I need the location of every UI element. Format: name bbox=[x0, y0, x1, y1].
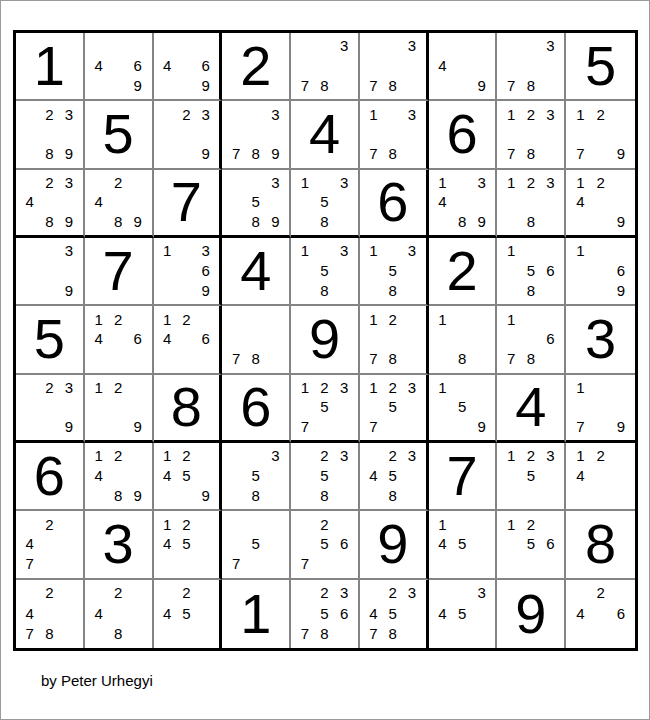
candidate-9 bbox=[541, 486, 561, 506]
candidate-grid: 18 bbox=[429, 306, 496, 372]
candidate-9 bbox=[541, 554, 561, 574]
cell-r1c2[interactable]: 469 bbox=[85, 33, 154, 101]
cell-r9c8[interactable]: 9 bbox=[497, 580, 566, 648]
cell-r7c1[interactable]: 6 bbox=[16, 443, 85, 511]
cell-r3c9[interactable]: 1249 bbox=[566, 170, 635, 238]
cell-r4c4[interactable]: 4 bbox=[222, 238, 291, 306]
candidate-9: 9 bbox=[196, 76, 215, 96]
solved-digit: 6 bbox=[240, 379, 271, 435]
candidate-7 bbox=[158, 554, 177, 574]
candidate-9 bbox=[59, 624, 79, 644]
sudoku-board: 1469469237837849378523895239378941378612… bbox=[13, 30, 638, 651]
candidate-8 bbox=[590, 212, 610, 231]
cell-r3c6[interactable]: 6 bbox=[360, 170, 429, 238]
candidate-2 bbox=[177, 241, 196, 261]
candidate-6 bbox=[472, 56, 492, 76]
candidate-6 bbox=[611, 466, 631, 486]
candidate-3 bbox=[611, 446, 631, 466]
candidate-grid: 378 bbox=[291, 33, 358, 99]
candidate-2: 2 bbox=[521, 173, 541, 192]
candidate-8: 8 bbox=[108, 486, 128, 506]
cell-r1c5[interactable]: 378 bbox=[291, 33, 360, 101]
cell-r7c7[interactable]: 7 bbox=[429, 443, 498, 511]
candidate-1 bbox=[226, 446, 246, 466]
candidate-7 bbox=[158, 144, 177, 164]
candidate-3 bbox=[196, 514, 215, 534]
candidate-7 bbox=[226, 212, 246, 231]
candidate-9: 9 bbox=[472, 417, 492, 436]
candidate-1: 1 bbox=[433, 514, 453, 534]
candidate-2: 2 bbox=[521, 514, 541, 534]
cell-r6c3[interactable]: 8 bbox=[154, 375, 223, 443]
candidate-5 bbox=[590, 124, 610, 144]
candidate-9 bbox=[611, 486, 631, 506]
candidate-7: 7 bbox=[226, 554, 246, 574]
candidate-5: 5 bbox=[315, 534, 335, 554]
cell-r5c7[interactable]: 18 bbox=[429, 306, 498, 374]
cell-r3c4[interactable]: 3589 bbox=[222, 170, 291, 238]
candidate-grid: 12378 bbox=[497, 101, 564, 167]
candidate-1: 1 bbox=[295, 378, 315, 397]
candidate-grid: 78 bbox=[222, 306, 289, 372]
candidate-4 bbox=[501, 192, 521, 211]
candidate-5: 5 bbox=[246, 534, 266, 554]
candidate-6 bbox=[196, 124, 215, 144]
candidate-5: 5 bbox=[177, 534, 196, 554]
candidate-5 bbox=[177, 124, 196, 144]
cell-r2c1[interactable]: 2389 bbox=[16, 101, 85, 169]
candidate-5 bbox=[315, 56, 335, 76]
cell-r3c8[interactable]: 1238 bbox=[497, 170, 566, 238]
candidate-2 bbox=[521, 309, 541, 329]
cell-r7c6[interactable]: 23458 bbox=[360, 443, 429, 511]
cell-r2c6[interactable]: 1378 bbox=[360, 101, 429, 169]
candidate-1: 1 bbox=[570, 378, 590, 397]
candidate-2: 2 bbox=[315, 446, 335, 466]
candidate-6 bbox=[128, 397, 148, 416]
candidate-9: 9 bbox=[128, 417, 148, 436]
candidate-6: 6 bbox=[541, 261, 561, 281]
candidate-9 bbox=[334, 554, 354, 574]
candidate-3: 3 bbox=[541, 446, 561, 466]
candidate-5 bbox=[590, 466, 610, 486]
candidate-5: 5 bbox=[383, 603, 402, 623]
candidate-7 bbox=[20, 417, 40, 436]
cell-r5c1[interactable]: 5 bbox=[16, 306, 85, 374]
candidate-9: 9 bbox=[611, 417, 631, 436]
candidate-4 bbox=[364, 329, 383, 349]
candidate-7 bbox=[89, 417, 109, 436]
candidate-grid: 1278 bbox=[360, 306, 426, 372]
candidate-grid: 1358 bbox=[360, 238, 426, 304]
candidate-9 bbox=[128, 349, 148, 369]
cell-r3c7[interactable]: 13489 bbox=[429, 170, 498, 238]
cell-r2c5[interactable]: 4 bbox=[291, 101, 360, 169]
candidate-7: 7 bbox=[295, 554, 315, 574]
candidate-8: 8 bbox=[383, 486, 402, 506]
candidate-1: 1 bbox=[501, 173, 521, 192]
candidate-5: 5 bbox=[383, 397, 402, 416]
cell-r9c4[interactable]: 1 bbox=[222, 580, 291, 648]
candidate-4: 4 bbox=[20, 534, 40, 554]
candidate-2: 2 bbox=[315, 514, 335, 534]
candidate-1 bbox=[226, 104, 246, 124]
candidate-3: 3 bbox=[334, 378, 354, 397]
candidate-grid: 39 bbox=[16, 238, 83, 304]
candidate-4: 4 bbox=[433, 56, 453, 76]
candidate-2 bbox=[452, 36, 472, 56]
cell-r2c3[interactable]: 239 bbox=[154, 101, 223, 169]
candidate-4: 4 bbox=[89, 466, 109, 486]
candidate-2: 2 bbox=[590, 583, 610, 603]
candidate-1: 1 bbox=[158, 514, 177, 534]
candidate-5 bbox=[383, 124, 402, 144]
candidate-8 bbox=[108, 76, 128, 96]
cell-r7c4[interactable]: 358 bbox=[222, 443, 291, 511]
candidate-9 bbox=[402, 144, 421, 164]
candidate-7: 7 bbox=[570, 144, 590, 164]
candidate-8: 8 bbox=[521, 76, 541, 96]
candidate-8: 8 bbox=[315, 281, 335, 301]
cell-r8c9[interactable]: 8 bbox=[566, 511, 635, 579]
cell-r2c9[interactable]: 1279 bbox=[566, 101, 635, 169]
candidate-7 bbox=[89, 486, 109, 506]
candidate-grid: 378 bbox=[360, 33, 426, 99]
candidate-6 bbox=[128, 192, 148, 211]
candidate-3 bbox=[128, 446, 148, 466]
candidate-7 bbox=[158, 486, 177, 506]
candidate-grid: 1246 bbox=[154, 306, 220, 372]
candidate-grid: 129 bbox=[85, 375, 152, 440]
cell-r6c1[interactable]: 239 bbox=[16, 375, 85, 443]
candidate-9 bbox=[541, 281, 561, 301]
cell-r4c5[interactable]: 1358 bbox=[291, 238, 360, 306]
candidate-7 bbox=[295, 486, 315, 506]
cell-r6c5[interactable]: 12357 bbox=[291, 375, 360, 443]
candidate-4 bbox=[89, 397, 109, 416]
candidate-9: 9 bbox=[611, 144, 631, 164]
candidate-2: 2 bbox=[177, 104, 196, 124]
candidate-2: 2 bbox=[177, 583, 196, 603]
candidate-7 bbox=[433, 554, 453, 574]
candidate-8 bbox=[177, 554, 196, 574]
cell-r1c3[interactable]: 469 bbox=[154, 33, 223, 101]
candidate-9: 9 bbox=[611, 212, 631, 231]
candidate-5: 5 bbox=[177, 466, 196, 486]
candidate-5 bbox=[590, 603, 610, 623]
cell-r9c2[interactable]: 248 bbox=[85, 580, 154, 648]
candidate-5 bbox=[108, 56, 128, 76]
cell-r2c4[interactable]: 3789 bbox=[222, 101, 291, 169]
cell-r6c4[interactable]: 6 bbox=[222, 375, 291, 443]
candidate-5 bbox=[108, 466, 128, 486]
candidate-9 bbox=[402, 486, 421, 506]
candidate-5 bbox=[452, 192, 472, 211]
cell-r2c7[interactable]: 6 bbox=[429, 101, 498, 169]
candidate-3 bbox=[611, 104, 631, 124]
candidate-6: 6 bbox=[611, 261, 631, 281]
cell-r3c5[interactable]: 1358 bbox=[291, 170, 360, 238]
candidate-grid: 247 bbox=[16, 511, 83, 577]
cell-r9c5[interactable]: 235678 bbox=[291, 580, 360, 648]
candidate-1 bbox=[364, 446, 383, 466]
candidate-9 bbox=[611, 624, 631, 644]
cell-r7c5[interactable]: 2358 bbox=[291, 443, 360, 511]
candidate-9: 9 bbox=[128, 212, 148, 231]
candidate-grid: 1358 bbox=[291, 238, 358, 304]
candidate-2: 2 bbox=[177, 309, 196, 329]
candidate-7: 7 bbox=[20, 554, 40, 574]
cell-r1c1[interactable]: 1 bbox=[16, 33, 85, 101]
candidate-1 bbox=[295, 583, 315, 603]
candidate-8 bbox=[246, 554, 266, 574]
candidate-4: 4 bbox=[158, 56, 177, 76]
candidate-7 bbox=[20, 212, 40, 231]
candidate-4 bbox=[295, 261, 315, 281]
candidate-2 bbox=[246, 514, 266, 534]
cell-r9c1[interactable]: 2478 bbox=[16, 580, 85, 648]
cell-r1c4[interactable]: 2 bbox=[222, 33, 291, 101]
candidate-7 bbox=[570, 486, 590, 506]
candidate-3: 3 bbox=[334, 241, 354, 261]
cell-r8c5[interactable]: 2567 bbox=[291, 511, 360, 579]
candidate-5 bbox=[108, 397, 128, 416]
candidate-8 bbox=[177, 144, 196, 164]
cell-r9c9[interactable]: 246 bbox=[566, 580, 635, 648]
solved-digit: 2 bbox=[240, 38, 271, 94]
candidate-7: 7 bbox=[364, 417, 383, 436]
candidate-5 bbox=[590, 397, 610, 416]
candidate-6: 6 bbox=[334, 534, 354, 554]
cell-r9c3[interactable]: 245 bbox=[154, 580, 223, 648]
candidate-6: 6 bbox=[128, 329, 148, 349]
cell-r1c6[interactable]: 378 bbox=[360, 33, 429, 101]
candidate-9 bbox=[541, 76, 561, 96]
candidate-5 bbox=[383, 329, 402, 349]
cell-r5c6[interactable]: 1278 bbox=[360, 306, 429, 374]
candidate-9 bbox=[266, 486, 286, 506]
candidate-3: 3 bbox=[196, 241, 215, 261]
candidate-8: 8 bbox=[40, 624, 60, 644]
cell-r4c8[interactable]: 1568 bbox=[497, 238, 566, 306]
candidate-grid: 1249 bbox=[566, 170, 635, 235]
candidate-1 bbox=[364, 36, 383, 56]
candidate-9 bbox=[266, 349, 286, 369]
candidate-6 bbox=[402, 397, 421, 416]
candidate-9 bbox=[334, 624, 354, 644]
candidate-9: 9 bbox=[59, 212, 79, 231]
candidate-7 bbox=[433, 349, 453, 369]
candidate-8 bbox=[108, 349, 128, 369]
candidate-8 bbox=[521, 486, 541, 506]
candidate-9 bbox=[196, 554, 215, 574]
candidate-3: 3 bbox=[334, 446, 354, 466]
candidate-4 bbox=[433, 397, 453, 416]
cell-r4c9[interactable]: 169 bbox=[566, 238, 635, 306]
candidate-3 bbox=[128, 36, 148, 56]
cell-r4c1[interactable]: 39 bbox=[16, 238, 85, 306]
cell-r5c8[interactable]: 1678 bbox=[497, 306, 566, 374]
candidate-9 bbox=[402, 349, 421, 369]
cell-r8c6[interactable]: 9 bbox=[360, 511, 429, 579]
candidate-4 bbox=[501, 56, 521, 76]
candidate-8 bbox=[177, 349, 196, 369]
candidate-4 bbox=[364, 261, 383, 281]
candidate-6 bbox=[266, 466, 286, 486]
candidate-7: 7 bbox=[364, 76, 383, 96]
candidate-5 bbox=[452, 329, 472, 349]
candidate-2 bbox=[452, 309, 472, 329]
cell-r7c8[interactable]: 1235 bbox=[497, 443, 566, 511]
solved-digit: 3 bbox=[103, 516, 134, 572]
cell-r1c9[interactable]: 5 bbox=[566, 33, 635, 101]
candidate-1: 1 bbox=[89, 309, 109, 329]
candidate-1 bbox=[433, 583, 453, 603]
cell-r4c2[interactable]: 7 bbox=[85, 238, 154, 306]
candidate-2 bbox=[521, 36, 541, 56]
cell-r6c8[interactable]: 4 bbox=[497, 375, 566, 443]
candidate-9: 9 bbox=[266, 212, 286, 231]
candidate-1 bbox=[295, 36, 315, 56]
candidate-5 bbox=[246, 124, 266, 144]
candidate-1: 1 bbox=[364, 309, 383, 329]
solved-digit: 5 bbox=[34, 311, 65, 367]
cell-r8c4[interactable]: 57 bbox=[222, 511, 291, 579]
candidate-2 bbox=[177, 36, 196, 56]
candidate-9: 9 bbox=[128, 76, 148, 96]
cell-r3c2[interactable]: 2489 bbox=[85, 170, 154, 238]
cell-r3c3[interactable]: 7 bbox=[154, 170, 223, 238]
candidate-8 bbox=[590, 486, 610, 506]
candidate-3: 3 bbox=[541, 104, 561, 124]
candidate-5 bbox=[108, 603, 128, 623]
candidate-8: 8 bbox=[246, 349, 266, 369]
cell-r8c7[interactable]: 145 bbox=[429, 511, 498, 579]
candidate-8 bbox=[590, 624, 610, 644]
candidate-6 bbox=[266, 534, 286, 554]
cell-r9c7[interactable]: 345 bbox=[429, 580, 498, 648]
cell-r7c2[interactable]: 12489 bbox=[85, 443, 154, 511]
candidate-6 bbox=[334, 397, 354, 416]
cell-r2c8[interactable]: 12378 bbox=[497, 101, 566, 169]
candidate-9 bbox=[541, 349, 561, 369]
cell-r4c3[interactable]: 1369 bbox=[154, 238, 223, 306]
candidate-6 bbox=[128, 603, 148, 623]
cell-r1c8[interactable]: 378 bbox=[497, 33, 566, 101]
candidate-7: 7 bbox=[364, 624, 383, 644]
candidate-5: 5 bbox=[246, 192, 266, 211]
candidate-2 bbox=[590, 378, 610, 397]
candidate-1 bbox=[226, 173, 246, 192]
candidate-7: 7 bbox=[295, 417, 315, 436]
cell-r5c2[interactable]: 1246 bbox=[85, 306, 154, 374]
candidate-6 bbox=[472, 329, 492, 349]
candidate-2 bbox=[40, 241, 60, 261]
cell-r8c2[interactable]: 3 bbox=[85, 511, 154, 579]
candidate-2 bbox=[383, 36, 402, 56]
cell-r6c9[interactable]: 179 bbox=[566, 375, 635, 443]
solved-digit: 5 bbox=[585, 38, 616, 94]
candidate-5 bbox=[521, 192, 541, 211]
candidate-7: 7 bbox=[295, 624, 315, 644]
cell-r8c1[interactable]: 247 bbox=[16, 511, 85, 579]
cell-r6c7[interactable]: 159 bbox=[429, 375, 498, 443]
candidate-4: 4 bbox=[570, 603, 590, 623]
cell-r6c6[interactable]: 12357 bbox=[360, 375, 429, 443]
cell-r7c9[interactable]: 124 bbox=[566, 443, 635, 511]
candidate-grid: 239 bbox=[154, 101, 220, 167]
candidate-6 bbox=[196, 466, 215, 486]
candidate-9 bbox=[334, 212, 354, 231]
candidate-2 bbox=[315, 173, 335, 192]
cell-r2c2[interactable]: 5 bbox=[85, 101, 154, 169]
cell-r5c3[interactable]: 1246 bbox=[154, 306, 223, 374]
cell-r7c3[interactable]: 12459 bbox=[154, 443, 223, 511]
candidate-2: 2 bbox=[108, 378, 128, 397]
candidate-grid: 235678 bbox=[291, 580, 358, 648]
candidate-2: 2 bbox=[383, 446, 402, 466]
candidate-8 bbox=[452, 76, 472, 96]
candidate-4 bbox=[501, 261, 521, 281]
candidate-1 bbox=[89, 36, 109, 56]
candidate-3: 3 bbox=[59, 378, 79, 397]
candidate-3: 3 bbox=[334, 583, 354, 603]
candidate-2 bbox=[108, 36, 128, 56]
candidate-9 bbox=[196, 624, 215, 644]
candidate-3: 3 bbox=[541, 36, 561, 56]
candidate-8: 8 bbox=[452, 349, 472, 369]
candidate-8: 8 bbox=[315, 624, 335, 644]
candidate-7 bbox=[20, 144, 40, 164]
candidate-3 bbox=[266, 514, 286, 534]
candidate-1 bbox=[295, 446, 315, 466]
candidate-1 bbox=[433, 36, 453, 56]
cell-r4c7[interactable]: 2 bbox=[429, 238, 498, 306]
cell-r5c5[interactable]: 9 bbox=[291, 306, 360, 374]
cell-r5c9[interactable]: 3 bbox=[566, 306, 635, 374]
cell-r9c6[interactable]: 234578 bbox=[360, 580, 429, 648]
candidate-2 bbox=[521, 241, 541, 261]
candidate-7: 7 bbox=[295, 76, 315, 96]
candidate-6 bbox=[402, 466, 421, 486]
cell-r8c3[interactable]: 1245 bbox=[154, 511, 223, 579]
candidate-grid: 3789 bbox=[222, 101, 289, 167]
candidate-3 bbox=[472, 309, 492, 329]
candidate-4: 4 bbox=[570, 466, 590, 486]
candidate-grid: 23489 bbox=[16, 170, 83, 235]
cell-r6c2[interactable]: 129 bbox=[85, 375, 154, 443]
cell-r8c8[interactable]: 1256 bbox=[497, 511, 566, 579]
candidate-8 bbox=[315, 554, 335, 574]
candidate-5 bbox=[590, 261, 610, 281]
candidate-7: 7 bbox=[501, 144, 521, 164]
candidate-grid: 124 bbox=[566, 443, 635, 509]
cell-r5c4[interactable]: 78 bbox=[222, 306, 291, 374]
candidate-4 bbox=[501, 329, 521, 349]
cell-r3c1[interactable]: 23489 bbox=[16, 170, 85, 238]
cell-r4c6[interactable]: 1358 bbox=[360, 238, 429, 306]
cell-r1c7[interactable]: 49 bbox=[429, 33, 498, 101]
candidate-8: 8 bbox=[521, 212, 541, 231]
candidate-1: 1 bbox=[501, 241, 521, 261]
solved-digit: 9 bbox=[515, 586, 546, 642]
candidate-5 bbox=[452, 56, 472, 76]
candidate-4 bbox=[570, 261, 590, 281]
candidate-1: 1 bbox=[570, 104, 590, 124]
candidate-6 bbox=[334, 192, 354, 211]
candidate-5: 5 bbox=[177, 603, 196, 623]
candidate-1 bbox=[158, 104, 177, 124]
